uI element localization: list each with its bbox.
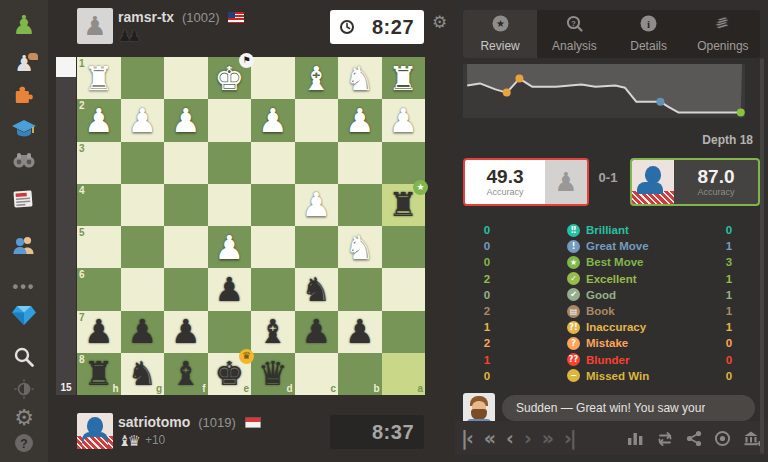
tab-label: Details — [630, 39, 667, 53]
classification-row-book: 2▤Book1 — [463, 303, 753, 319]
classification-label: Inaccuracy — [586, 321, 646, 333]
sidebar-item-watch[interactable] — [0, 147, 48, 177]
premium-diamond-icon — [11, 304, 37, 330]
black-accuracy-label: Accuracy — [697, 188, 734, 197]
square-a2[interactable]: ♟ — [382, 99, 426, 141]
tab-review[interactable]: ★Review — [463, 10, 537, 58]
square-f3[interactable] — [164, 142, 208, 184]
play-pawn-icon: ♟ — [12, 10, 35, 40]
engine-depth-label: Depth 18 — [702, 133, 753, 147]
piece-wN[interactable]: ♞ — [338, 226, 382, 268]
left-nav-rail: ♟♟•••⚙? — [0, 0, 48, 462]
square-e8[interactable]: e♚♛ — [208, 353, 252, 395]
piece-bN[interactable]: ♞ — [121, 353, 165, 395]
piece-wR[interactable]: ♜ — [382, 57, 426, 99]
learn-cap-icon — [11, 117, 37, 143]
square-e3[interactable] — [208, 142, 252, 184]
pawn-avatar-icon: ♟ — [83, 8, 106, 44]
piece-wR[interactable]: ♜ — [77, 57, 121, 99]
rank-label: 3 — [79, 143, 85, 154]
evaluation-bar-white-segment — [56, 57, 76, 77]
classification-icon: ? — [567, 337, 580, 350]
square-g5[interactable] — [121, 226, 165, 268]
white-count: 2 — [463, 337, 511, 349]
square-b6[interactable] — [338, 268, 382, 310]
square-b4[interactable] — [338, 184, 382, 226]
square-a1[interactable]: ♜ — [382, 57, 426, 99]
square-b2[interactable]: ♟ — [338, 99, 382, 141]
classification-row-good: 0✔Good1 — [463, 287, 753, 303]
white-count: 1 — [463, 354, 511, 366]
news-icon — [13, 189, 35, 213]
piece-bP[interactable]: ♟ — [77, 311, 121, 353]
info-circle-icon: i — [640, 15, 657, 36]
black-count: 1 — [705, 289, 753, 301]
piece-bP[interactable]: ♟ — [338, 311, 382, 353]
graph-marker-mistake — [503, 89, 511, 97]
classification-label: Mistake — [586, 337, 628, 349]
square-f2[interactable]: ♟ — [164, 99, 208, 141]
square-h4[interactable]: 4 — [77, 184, 121, 226]
square-b3[interactable] — [338, 142, 382, 184]
square-b8[interactable]: b — [338, 353, 382, 395]
board-settings-gear-icon[interactable]: ⚙ — [432, 12, 447, 32]
top-player-bar: ♟ ramsr-tx (1002) ♟♟ 8:27 — [77, 6, 425, 50]
square-c7[interactable]: ♟ — [295, 311, 339, 353]
square-h8[interactable]: 8h♜ — [77, 353, 121, 395]
tab-label: Review — [480, 39, 519, 53]
eval-chart-icon[interactable] — [621, 430, 650, 446]
sidebar-item-play-computer[interactable]: ♟ — [0, 48, 48, 78]
square-g3[interactable] — [121, 142, 165, 184]
piece-bR[interactable]: ♜ — [77, 353, 121, 395]
piece-wP[interactable]: ♟ — [251, 99, 295, 141]
evaluation-bar: 15 — [56, 57, 76, 395]
square-c8[interactable]: c — [295, 353, 339, 395]
top-captured-pieces: ♟♟ — [118, 27, 137, 45]
black-count: 3 — [705, 256, 753, 268]
square-a3[interactable] — [382, 142, 426, 184]
graph-marker-great-move — [656, 98, 664, 106]
square-h7[interactable]: 7♟ — [77, 311, 121, 353]
square-h1[interactable]: 1♜ — [77, 57, 121, 99]
us-flag-icon — [228, 12, 244, 23]
sidebar-item-learn[interactable] — [0, 115, 48, 145]
classification-row-blunder: 1??Blunder0 — [463, 352, 753, 368]
sidebar-item-news[interactable] — [0, 186, 48, 216]
books-icon — [713, 15, 733, 36]
svg-text:?: ? — [571, 19, 576, 28]
magnifier-circle-icon: ? — [566, 15, 583, 36]
watch-binoculars-icon — [12, 151, 36, 173]
classification-row-great-move: 0!Great Move1 — [463, 238, 753, 254]
square-d7[interactable]: ♝ — [251, 311, 295, 353]
square-c5[interactable] — [295, 226, 339, 268]
nav-fast-forward-button[interactable]: » — [536, 427, 558, 449]
square-d4[interactable] — [251, 184, 295, 226]
black-accuracy-value: 87.0 — [698, 167, 735, 186]
classification-label: Blunder — [586, 354, 629, 366]
clock-icon — [339, 19, 355, 35]
white-accuracy-card: 49.3 Accuracy ♟ — [463, 158, 589, 206]
piece-wP[interactable]: ♟ — [382, 99, 426, 141]
sidebar-item-help[interactable]: ? — [0, 430, 48, 460]
bottom-player-name[interactable]: satriotomo — [118, 414, 190, 430]
square-c6[interactable]: ♞ — [295, 268, 339, 310]
square-f4[interactable] — [164, 184, 208, 226]
file-label: c — [330, 383, 336, 394]
square-h6[interactable]: 6 — [77, 268, 121, 310]
square-e1[interactable]: ♚⚑ — [208, 57, 252, 99]
file-label: b — [373, 383, 379, 394]
square-e2[interactable] — [208, 99, 252, 141]
sidebar-item-settings[interactable]: ⚙ — [0, 402, 48, 432]
classification-row-missed-win: 0−Missed Win0 — [463, 368, 753, 384]
bottom-clock-time: 8:37 — [330, 421, 424, 444]
square-d8[interactable]: d♛ — [251, 353, 295, 395]
white-player-thumb: ♟ — [545, 160, 587, 204]
top-player-clock: 8:27 — [330, 10, 424, 44]
classification-label: Excellent — [586, 273, 637, 285]
search-icon — [13, 346, 35, 372]
white-count: 2 — [463, 273, 511, 285]
svg-text:i: i — [647, 18, 650, 30]
file-label: a — [417, 383, 423, 394]
square-f5[interactable] — [164, 226, 208, 268]
sidebar-item-social[interactable] — [0, 232, 48, 262]
square-c2[interactable] — [295, 99, 339, 141]
top-clock-time: 8:27 — [355, 16, 424, 39]
svg-text:★: ★ — [496, 18, 505, 29]
review-panel: ★Review?AnalysisiDetailsOpenings Depth 1… — [455, 0, 768, 462]
sidebar-item-puzzles[interactable] — [0, 84, 48, 114]
square-d6[interactable] — [251, 268, 295, 310]
square-f7[interactable]: ♟ — [164, 311, 208, 353]
piece-bB[interactable]: ♝ — [164, 353, 208, 395]
bottom-captured-pieces: ♝♛+10 — [118, 432, 165, 450]
sidebar-item-search[interactable] — [0, 344, 48, 374]
black-accuracy-card: 87.0 Accuracy — [630, 158, 760, 206]
classification-row-brilliant: 0‼Brilliant0 — [463, 222, 753, 238]
square-f1[interactable] — [164, 57, 208, 99]
classification-label: Missed Win — [586, 370, 649, 382]
nav-back-button[interactable]: ‹ — [500, 427, 518, 449]
white-accuracy-value: 49.3 — [487, 167, 524, 186]
square-g2[interactable]: ♟ — [121, 99, 165, 141]
classification-label: Good — [586, 289, 616, 301]
piece-bB[interactable]: ♝ — [251, 311, 295, 353]
classification-label: Great Move — [586, 240, 649, 252]
white-count: 0 — [463, 256, 511, 268]
square-d5[interactable] — [251, 226, 295, 268]
piece-bP[interactable]: ♟ — [295, 311, 339, 353]
crown-badge-icon: ♛ — [239, 349, 254, 364]
nav-rewind-button[interactable]: « — [478, 427, 500, 449]
rank-label: 5 — [79, 227, 85, 238]
square-d1[interactable] — [251, 57, 295, 99]
piece-bP[interactable]: ♟ — [164, 311, 208, 353]
black-count: 1 — [705, 321, 753, 333]
avatar-head — [87, 417, 103, 434]
tab-label: Analysis — [552, 39, 597, 53]
square-g6[interactable] — [121, 268, 165, 310]
square-e5[interactable]: ♟ — [208, 226, 252, 268]
tab-details[interactable]: iDetails — [612, 10, 686, 58]
classification-icon: ▤ — [567, 305, 580, 318]
square-b5[interactable]: ♞ — [338, 226, 382, 268]
evaluation-value: 15 — [56, 382, 76, 393]
classification-icon: ! — [567, 240, 580, 253]
square-c4[interactable]: ♟ — [295, 184, 339, 226]
white-accuracy-label: Accuracy — [486, 188, 523, 197]
top-player-rating: (1002) — [182, 10, 220, 25]
square-e6[interactable]: ♟ — [208, 268, 252, 310]
panel-scrollbar[interactable] — [760, 58, 764, 454]
piece-wP[interactable]: ♟ — [338, 99, 382, 141]
square-a4[interactable]: ♜★ — [382, 184, 426, 226]
tab-openings[interactable]: Openings — [686, 10, 760, 58]
nav-last-button[interactable]: ›| — [558, 427, 581, 449]
focus-icon[interactable] — [708, 430, 737, 447]
square-d2[interactable]: ♟ — [251, 99, 295, 141]
classification-label: Book — [586, 305, 615, 317]
white-count: 0 — [463, 224, 511, 236]
coach-comment-text: Sudden — Great win! You saw your — [516, 401, 705, 415]
square-d3[interactable] — [251, 142, 295, 184]
black-count: 1 — [705, 240, 753, 252]
pawn-avatar-icon: ♟ — [554, 167, 577, 197]
game-result: 0-1 — [593, 170, 623, 185]
white-count: 1 — [463, 321, 511, 333]
classification-icon: − — [567, 369, 580, 382]
black-count: 0 — [705, 354, 753, 366]
coach-comment-bubble: Sudden — Great win! You saw your — [502, 395, 755, 421]
piece-bN[interactable]: ♞ — [295, 268, 339, 310]
sidebar-item-more[interactable]: ••• — [0, 272, 48, 302]
panel-tab-bar: ★Review?AnalysisiDetailsOpenings — [463, 10, 760, 58]
rank-label: 6 — [79, 269, 85, 280]
classification-icon: ★ — [567, 256, 580, 269]
playback-controls: |‹«‹›»›| — [455, 421, 768, 455]
classification-icon: ?? — [567, 353, 580, 366]
piece-bP[interactable]: ♟ — [208, 268, 252, 310]
piece-bP[interactable]: ♟ — [121, 311, 165, 353]
classification-icon: ‼ — [567, 224, 580, 237]
square-b7[interactable]: ♟ — [338, 311, 382, 353]
square-b1[interactable]: ♞ — [338, 57, 382, 99]
white-count: 0 — [463, 370, 511, 382]
piece-bQ[interactable]: ♛ — [251, 353, 295, 395]
square-h2[interactable]: 2♟ — [77, 99, 121, 141]
black-count: 0 — [705, 337, 753, 349]
square-f8[interactable]: f♝ — [164, 353, 208, 395]
square-h5[interactable]: 5 — [77, 226, 121, 268]
square-g8[interactable]: g♞ — [121, 353, 165, 395]
square-a5[interactable] — [382, 226, 426, 268]
chess-app: ♟♟•••⚙? ♟ ramsr-tx (1002) ♟♟ 8:27 ⚙ 15 1… — [0, 0, 768, 462]
chess-board[interactable]: 1♜♚⚑♝♞♜2♟♟♟♟♟♟34♟♜★5♟♞6♟♞7♟♟♟♝♟♟8h♜g♞f♝e… — [77, 57, 425, 395]
white-count: 2 — [463, 305, 511, 317]
square-a6[interactable] — [382, 268, 426, 310]
more-dots-icon: ••• — [13, 278, 36, 296]
square-g7[interactable]: ♟ — [121, 311, 165, 353]
classification-icon: ?! — [567, 321, 580, 334]
evaluation-graph[interactable] — [463, 64, 745, 118]
move-classification-list: 0‼Brilliant00!Great Move10★Best Move32✓E… — [463, 222, 753, 384]
tab-analysis[interactable]: ?Analysis — [537, 10, 611, 58]
classification-row-excellent: 2✓Excellent1 — [463, 271, 753, 287]
piece-wP[interactable]: ♟ — [77, 99, 121, 141]
square-e7[interactable] — [208, 311, 252, 353]
share-icon[interactable] — [680, 430, 708, 447]
sidebar-item-play[interactable]: ♟ — [0, 10, 48, 40]
social-icon — [12, 235, 36, 259]
sidebar-item-premium[interactable] — [0, 302, 48, 332]
white-count: 0 — [463, 289, 511, 301]
square-g4[interactable] — [121, 184, 165, 226]
piece-wP[interactable]: ♟ — [164, 99, 208, 141]
rank-label: 4 — [79, 185, 85, 196]
classification-row-inaccuracy: 1?!Inaccuracy1 — [463, 319, 753, 335]
square-h3[interactable]: 3 — [77, 142, 121, 184]
piece-wB[interactable]: ♝ — [295, 57, 339, 99]
square-c3[interactable] — [295, 142, 339, 184]
star-circle-icon: ★ — [492, 15, 509, 36]
theme-contrast-icon — [14, 379, 34, 403]
graph-marker-current — [737, 109, 745, 117]
bottom-player-avatar[interactable] — [77, 413, 113, 449]
bottom-player-bar: satriotomo (1019) ♝♛+10 8:37 — [77, 411, 425, 455]
star-badge-icon: ★ — [413, 180, 428, 195]
help-icon: ? — [14, 433, 34, 457]
square-a7[interactable] — [382, 311, 426, 353]
black-player-thumb — [632, 160, 674, 204]
classification-icon: ✔ — [567, 288, 580, 301]
classification-row-best-move: 0★Best Move3 — [463, 254, 753, 270]
top-player-avatar[interactable]: ♟ — [77, 8, 113, 44]
white-count: 0 — [463, 240, 511, 252]
tab-label: Openings — [697, 39, 748, 53]
graph-marker-mistake — [515, 75, 523, 83]
classification-icon: ✓ — [567, 272, 580, 285]
piece-wP[interactable]: ♟ — [121, 99, 165, 141]
svg-text:?: ? — [20, 437, 27, 451]
computer-pawn-icon: ♟ — [14, 51, 34, 76]
square-f6[interactable] — [164, 268, 208, 310]
retry-icon[interactable] — [650, 430, 680, 446]
nav-forward-button[interactable]: › — [518, 427, 536, 449]
classification-row-mistake: 2?Mistake0 — [463, 335, 753, 351]
bottom-player-rating: (1019) — [198, 415, 236, 430]
classification-label: Best Move — [586, 256, 644, 268]
piece-wP[interactable]: ♟ — [208, 226, 252, 268]
material-advantage: +10 — [145, 433, 165, 447]
piece-wP[interactable]: ♟ — [295, 184, 339, 226]
avatar-shirt-front — [82, 437, 108, 449]
piece-wN[interactable]: ♞ — [338, 57, 382, 99]
black-count: 1 — [705, 273, 753, 285]
bottom-player-clock: 8:37 — [330, 415, 424, 449]
settings-gear-icon: ⚙ — [14, 405, 34, 430]
flag-badge-icon: ⚑ — [239, 53, 254, 68]
black-count: 0 — [705, 370, 753, 382]
classification-label: Brilliant — [586, 224, 629, 236]
square-a8[interactable]: a — [382, 353, 426, 395]
nav-first-button[interactable]: |‹ — [455, 427, 478, 449]
square-e4[interactable] — [208, 184, 252, 226]
square-g1[interactable] — [121, 57, 165, 99]
puzzle-icon — [12, 85, 36, 113]
top-player-name[interactable]: ramsr-tx — [118, 9, 174, 25]
black-count: 1 — [705, 305, 753, 317]
square-c1[interactable]: ♝ — [295, 57, 339, 99]
black-count: 0 — [705, 224, 753, 236]
indonesia-flag-icon — [245, 417, 261, 428]
